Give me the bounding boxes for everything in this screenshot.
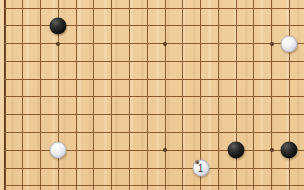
grid-line-vertical — [40, 0, 41, 190]
grid-line-vertical — [289, 0, 290, 190]
grid-line-vertical — [22, 0, 23, 190]
grid-line-vertical — [236, 0, 237, 190]
grid-line-vertical — [182, 0, 183, 190]
stone-black-r10 — [281, 142, 298, 159]
stone-white-r16 — [281, 35, 298, 52]
board-edge-line-left — [4, 0, 6, 190]
star-point-k10 — [163, 148, 167, 152]
stone-black-o10 — [228, 142, 245, 159]
grid-line-horizontal — [4, 79, 304, 80]
star-point-k16 — [163, 42, 167, 46]
grid-line-vertical — [76, 0, 77, 190]
star-point-q10 — [270, 148, 274, 152]
go-board[interactable]: 1 — [0, 0, 304, 190]
grid-line-horizontal — [4, 185, 304, 186]
grid-line-horizontal — [4, 43, 304, 44]
grid-line-horizontal — [4, 61, 304, 62]
stone-white-d10 — [50, 142, 67, 159]
star-point-d16 — [56, 42, 60, 46]
grid-line-vertical — [147, 0, 148, 190]
stone-rim-shadow-artifact — [194, 160, 199, 165]
grid-line-vertical — [218, 0, 219, 190]
grid-line-vertical — [93, 0, 94, 190]
grid-line-vertical — [253, 0, 254, 190]
grid-line-vertical — [129, 0, 130, 190]
stone-white-m9: 1 — [192, 160, 209, 177]
star-point-q16 — [270, 42, 274, 46]
grid-line-vertical — [111, 0, 112, 190]
go-board-viewport: 1 — [0, 0, 304, 190]
grid-line-horizontal — [4, 168, 304, 169]
grid-line-vertical — [271, 0, 272, 190]
stone-black-d17 — [50, 17, 67, 34]
grid-line-horizontal — [4, 132, 304, 133]
grid-line-horizontal — [4, 8, 304, 9]
move-number-label: 1 — [198, 163, 204, 173]
grid-line-vertical — [165, 0, 166, 190]
grid-line-horizontal — [4, 96, 304, 97]
grid-line-horizontal — [4, 114, 304, 115]
